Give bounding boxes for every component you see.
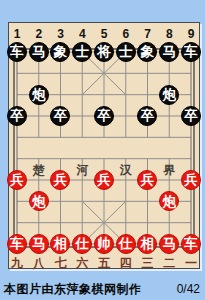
intersection-2-6	[28, 148, 50, 169]
intersection-6-4	[115, 105, 137, 126]
file-label-top-9: 9	[180, 27, 202, 41]
piece-black-elephant[interactable]: 象	[137, 42, 157, 62]
intersection-3-8	[50, 191, 72, 212]
intersection-6-2	[115, 63, 137, 84]
piece-red-advisor[interactable]: 仕	[72, 234, 92, 254]
intersection-3-2	[50, 63, 72, 84]
piece-black-chariot[interactable]: 车	[181, 42, 201, 62]
piece-red-cannon[interactable]: 炮	[29, 191, 49, 211]
piece-black-elephant[interactable]: 象	[50, 42, 70, 62]
intersection-1-7: 兵	[6, 169, 28, 190]
piece-black-cannon[interactable]: 炮	[29, 85, 49, 105]
piece-black-soldier[interactable]: 卒	[137, 106, 157, 126]
intersection-1-9	[6, 212, 28, 233]
piece-red-soldier[interactable]: 兵	[94, 170, 114, 190]
piece-red-soldier[interactable]: 兵	[137, 170, 157, 190]
file-label-bottom-5: 五	[93, 255, 115, 272]
footer-bar: 本图片由东萍象棋网制作 0/42	[4, 281, 200, 298]
intersection-4-7	[71, 169, 93, 190]
xiangqi-board: 123456789 楚河汉界 车马象士将士象马车炮炮卒卒卒卒卒兵兵兵兵兵炮炮车马…	[8, 22, 200, 269]
intersection-7-2	[137, 63, 159, 84]
intersection-1-8	[6, 191, 28, 212]
intersection-1-4: 卒	[6, 105, 28, 126]
file-label-bottom-9: 一	[180, 255, 202, 272]
piece-black-cannon[interactable]: 炮	[159, 85, 179, 105]
intersection-8-9	[158, 212, 180, 233]
piece-black-chariot[interactable]: 车	[7, 42, 27, 62]
intersection-8-2	[158, 63, 180, 84]
intersection-4-3	[71, 84, 93, 105]
file-label-bottom-1: 九	[6, 255, 28, 272]
intersection-6-8	[115, 191, 137, 212]
intersection-7-9	[137, 212, 159, 233]
intersection-8-8: 炮	[158, 191, 180, 212]
intersection-7-10: 相	[137, 233, 159, 254]
intersection-2-8: 炮	[28, 191, 50, 212]
intersection-3-9	[50, 212, 72, 233]
file-label-bottom-4: 六	[71, 255, 93, 272]
intersection-4-9	[71, 212, 93, 233]
intersection-4-5	[71, 127, 93, 148]
intersection-1-1: 车	[6, 41, 28, 62]
intersection-6-1: 士	[115, 41, 137, 62]
file-label-top-6: 6	[115, 27, 137, 41]
intersection-9-7: 兵	[180, 169, 202, 190]
intersection-3-10: 相	[50, 233, 72, 254]
intersection-5-1: 将	[93, 41, 115, 62]
intersection-7-7: 兵	[137, 169, 159, 190]
intersection-5-4: 卒	[93, 105, 115, 126]
intersection-2-7	[28, 169, 50, 190]
intersection-7-6	[137, 148, 159, 169]
piece-black-soldier[interactable]: 卒	[7, 106, 27, 126]
intersection-4-2	[71, 63, 93, 84]
intersection-1-10: 车	[6, 233, 28, 254]
intersection-5-7: 兵	[93, 169, 115, 190]
piece-red-soldier[interactable]: 兵	[7, 170, 27, 190]
piece-red-soldier[interactable]: 兵	[50, 170, 70, 190]
intersection-9-9	[180, 212, 202, 233]
intersection-8-5	[158, 127, 180, 148]
intersection-5-10: 帅	[93, 233, 115, 254]
intersection-3-7: 兵	[50, 169, 72, 190]
intersection-6-3	[115, 84, 137, 105]
piece-red-horse[interactable]: 马	[159, 234, 179, 254]
intersection-2-5	[28, 127, 50, 148]
piece-black-advisor[interactable]: 士	[116, 42, 136, 62]
intersection-3-3	[50, 84, 72, 105]
intersection-8-1: 马	[158, 41, 180, 62]
file-label-top-3: 3	[50, 27, 72, 41]
intersection-4-8	[71, 191, 93, 212]
intersection-8-7	[158, 169, 180, 190]
intersection-6-9	[115, 212, 137, 233]
piece-red-soldier[interactable]: 兵	[181, 170, 201, 190]
piece-black-soldier[interactable]: 卒	[50, 106, 70, 126]
intersection-7-1: 象	[137, 41, 159, 62]
intersection-6-10: 仕	[115, 233, 137, 254]
file-label-top-4: 4	[71, 27, 93, 41]
intersection-5-9	[93, 212, 115, 233]
intersection-2-9	[28, 212, 50, 233]
intersection-9-1: 车	[180, 41, 202, 62]
file-label-bottom-7: 三	[137, 255, 159, 272]
intersection-3-5	[50, 127, 72, 148]
intersection-8-10: 马	[158, 233, 180, 254]
intersection-7-4: 卒	[137, 105, 159, 126]
intersection-9-4: 卒	[180, 105, 202, 126]
intersection-8-3: 炮	[158, 84, 180, 105]
file-label-top-7: 7	[137, 27, 159, 41]
piece-black-soldier[interactable]: 卒	[181, 106, 201, 126]
intersection-9-10: 车	[180, 233, 202, 254]
intersection-7-3	[137, 84, 159, 105]
intersection-1-3	[6, 84, 28, 105]
move-counter: 0/42	[177, 282, 200, 296]
intersection-2-10: 马	[28, 233, 50, 254]
intersection-9-5	[180, 127, 202, 148]
file-labels-top: 123456789	[9, 27, 199, 41]
file-label-bottom-3: 七	[50, 255, 72, 272]
piece-red-horse[interactable]: 马	[29, 234, 49, 254]
intersection-2-2	[28, 63, 50, 84]
file-label-top-8: 8	[158, 27, 180, 41]
intersection-1-2	[6, 63, 28, 84]
file-label-top-2: 2	[28, 27, 50, 41]
intersection-6-5	[115, 127, 137, 148]
intersection-3-4: 卒	[50, 105, 72, 126]
piece-red-advisor[interactable]: 仕	[116, 234, 136, 254]
file-label-bottom-2: 八	[28, 255, 50, 272]
intersection-4-1: 士	[71, 41, 93, 62]
piece-black-horse[interactable]: 马	[29, 42, 49, 62]
intersection-5-6	[93, 148, 115, 169]
piece-black-soldier[interactable]: 卒	[94, 106, 114, 126]
intersection-8-4	[158, 105, 180, 126]
intersection-4-6	[71, 148, 93, 169]
piece-grid: 车马象士将士象马车炮炮卒卒卒卒卒兵兵兵兵兵炮炮车马相仕帅仕相马车	[6, 41, 202, 254]
piece-black-general[interactable]: 将	[94, 42, 114, 62]
intersection-1-5	[6, 127, 28, 148]
file-label-top-1: 1	[6, 27, 28, 41]
intersection-2-4	[28, 105, 50, 126]
credit-text: 本图片由东萍象棋网制作	[4, 281, 142, 298]
file-label-bottom-8: 二	[158, 255, 180, 272]
intersection-5-8	[93, 191, 115, 212]
piece-red-chariot[interactable]: 车	[181, 234, 201, 254]
intersection-3-6	[50, 148, 72, 169]
xiangqi-viewer: 123456789 楚河汉界 车马象士将士象马车炮炮卒卒卒卒卒兵兵兵兵兵炮炮车马…	[0, 0, 205, 300]
piece-red-elephant[interactable]: 相	[137, 234, 157, 254]
intersection-4-10: 仕	[71, 233, 93, 254]
intersection-9-8	[180, 191, 202, 212]
intersection-9-3	[180, 84, 202, 105]
intersection-8-6	[158, 148, 180, 169]
piece-red-general[interactable]: 帅	[94, 234, 114, 254]
intersection-5-2	[93, 63, 115, 84]
intersection-6-6	[115, 148, 137, 169]
intersection-6-7	[115, 169, 137, 190]
piece-black-advisor[interactable]: 士	[72, 42, 92, 62]
intersection-9-6	[180, 148, 202, 169]
intersection-1-6	[6, 148, 28, 169]
file-label-top-5: 5	[93, 27, 115, 41]
file-labels-bottom: 九八七六五四三二一	[9, 255, 199, 269]
intersection-7-8	[137, 191, 159, 212]
intersection-7-5	[137, 127, 159, 148]
intersection-9-2	[180, 63, 202, 84]
piece-red-chariot[interactable]: 车	[7, 234, 27, 254]
piece-red-cannon[interactable]: 炮	[159, 191, 179, 211]
intersection-5-3	[93, 84, 115, 105]
intersection-4-4	[71, 105, 93, 126]
file-label-bottom-6: 四	[115, 255, 137, 272]
intersection-3-1: 象	[50, 41, 72, 62]
intersection-2-3: 炮	[28, 84, 50, 105]
intersection-5-5	[93, 127, 115, 148]
piece-black-horse[interactable]: 马	[159, 42, 179, 62]
piece-red-elephant[interactable]: 相	[50, 234, 70, 254]
intersection-2-1: 马	[28, 41, 50, 62]
